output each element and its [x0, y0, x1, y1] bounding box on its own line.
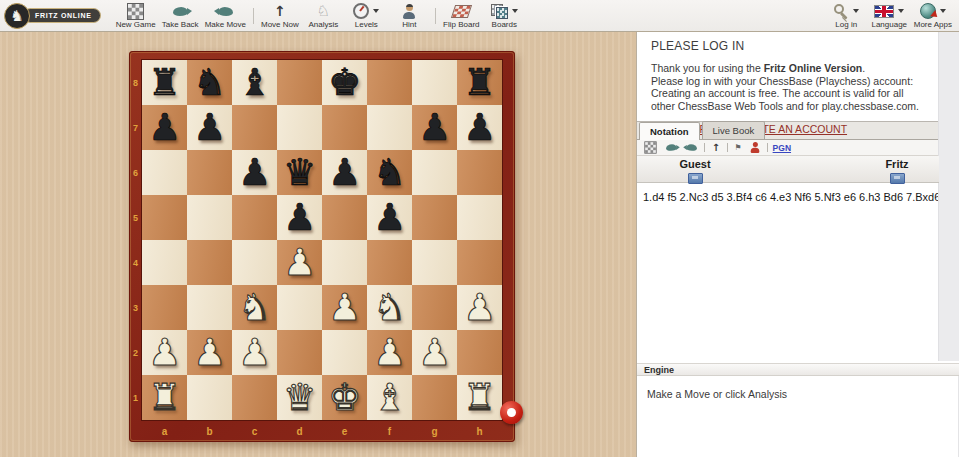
toolbar-button-hint[interactable]: Hint — [388, 1, 431, 30]
white-player-name: Guest — [665, 158, 725, 170]
black-player-block: Fritz — [867, 158, 927, 188]
piece-white-knight-c3: ♞ — [238, 285, 271, 330]
square-b4[interactable] — [187, 240, 232, 285]
piece-white-pawn-g2: ♟ — [418, 330, 451, 375]
toolbar-icon-wrap — [127, 3, 144, 19]
toolbar-button-boards[interactable]: Boards — [483, 1, 526, 30]
toolbar-icon-wrap — [833, 3, 859, 19]
chevron-down-icon — [853, 9, 859, 13]
move[interactable]: 7.Bxd6 — [906, 191, 940, 203]
file-label-f: f — [367, 421, 412, 442]
white-player-flag-badge — [688, 173, 703, 184]
chevron-down-icon — [940, 9, 946, 13]
square-c3[interactable]: ♞ — [232, 285, 277, 330]
square-a1[interactable]: ♜ — [142, 375, 187, 420]
square-c7[interactable] — [232, 105, 277, 150]
file-labels: abcdefgh — [142, 421, 502, 442]
square-e2[interactable] — [322, 330, 367, 375]
piece-white-rook-h1: ♜ — [463, 375, 496, 420]
square-g8[interactable] — [412, 60, 457, 105]
square-h2[interactable] — [457, 330, 502, 375]
black-player-name: Fritz — [867, 158, 927, 170]
brand-logo-text: FRITZ ONLINE — [23, 8, 101, 23]
square-b7[interactable]: ♟ — [187, 105, 232, 150]
square-b3[interactable] — [187, 285, 232, 330]
move[interactable]: Nf6 — [794, 191, 811, 203]
knight-logo-icon: ♞ — [4, 3, 30, 29]
chevron-down-icon — [898, 9, 904, 13]
square-e4[interactable] — [322, 240, 367, 285]
chevron-down-icon — [512, 9, 518, 13]
toolbar-button-label: Boards — [492, 20, 517, 29]
fritz-online-app: ♞ FRITZ ONLINE New GameTake BackMake Mov… — [0, 0, 959, 457]
boards-icon — [491, 4, 508, 19]
pgn-link[interactable]: PGN — [773, 143, 791, 153]
toolbar-button-label: Analysis — [308, 20, 338, 29]
piece-white-bishop-f1: ♝ — [373, 375, 406, 420]
move-list: 1.d4f52.Nc3d53.Bf4c64.e3Nf65.Nf3e66.h3Bd… — [637, 183, 939, 363]
piece-black-pawn-d5: ♟ — [283, 195, 316, 240]
black-player-flag-badge — [890, 173, 905, 184]
up-arrow-icon: ↑ — [712, 142, 720, 153]
toolbar-right-group: Log inLanguageMore Apps — [825, 1, 955, 30]
square-h1[interactable]: ♜ — [457, 375, 502, 420]
toolbar-icon-wrap — [173, 3, 188, 19]
toolbar-button-label: More Apps — [914, 20, 952, 29]
toolbar-button-move-now[interactable]: ↑Move Now — [258, 1, 302, 30]
login-panel: PLEASE LOG IN Thank you for using the Fr… — [637, 31, 939, 121]
flip-board-icon — [451, 5, 472, 18]
notation-toolbar-separator — [727, 143, 728, 152]
square-a3[interactable] — [142, 285, 187, 330]
white-player-block: Guest — [665, 158, 725, 188]
rank-label-7: 7 — [129, 105, 142, 150]
square-b2[interactable]: ♟ — [187, 330, 232, 375]
square-e7[interactable] — [322, 105, 367, 150]
piece-black-pawn-a7: ♟ — [148, 105, 181, 150]
square-a5[interactable] — [142, 195, 187, 240]
chess-board-frame: 87654321 ♜♞♝♚♜♟♟♟♟♟♛♟♞♟♟♟♞♟♞♟♟♟♟♟♟♜♛♚♝♜ … — [129, 51, 515, 442]
square-e6[interactable]: ♟ — [322, 150, 367, 195]
square-f5[interactable]: ♟ — [367, 195, 412, 240]
more-apps-globe-icon — [920, 3, 936, 19]
piece-black-queen-d6: ♛ — [283, 150, 316, 195]
board-icon — [127, 3, 144, 20]
up-arrow-icon: ↑ — [274, 4, 286, 19]
square-b6[interactable] — [187, 150, 232, 195]
toolbar-icon-wrap — [453, 3, 470, 19]
move[interactable]: 2.Nc3 — [680, 191, 709, 203]
chevron-down-icon — [373, 9, 379, 13]
square-a6[interactable] — [142, 150, 187, 195]
login-line1-suffix: . — [862, 62, 865, 74]
square-h7[interactable]: ♟ — [457, 105, 502, 150]
piece-black-knight-b8: ♞ — [193, 60, 226, 105]
square-h4[interactable] — [457, 240, 502, 285]
square-d7[interactable] — [277, 105, 322, 150]
file-label-d: d — [277, 421, 322, 442]
piece-black-king-e8: ♚ — [328, 60, 361, 105]
rank-label-8: 8 — [129, 60, 142, 105]
square-c6[interactable]: ♟ — [232, 150, 277, 195]
square-d3[interactable] — [277, 285, 322, 330]
piece-white-pawn-h3: ♟ — [463, 285, 496, 330]
rank-label-1: 1 — [129, 375, 142, 420]
notation-toolbar-separator — [704, 143, 705, 152]
login-text-line3: Creating an account is free. The account… — [651, 87, 925, 112]
move[interactable]: 5.Nf3 — [814, 191, 840, 203]
piece-white-rook-a1: ♜ — [148, 375, 181, 420]
toolbar-button-label: Move Now — [261, 20, 299, 29]
engine-status: Make a Move or click Analysis — [637, 376, 959, 457]
login-line1-bold: Fritz Online Version — [764, 62, 863, 74]
notation-toolbar: ↑⚑PGN — [637, 140, 939, 156]
toolbar-icon-wrap — [920, 3, 946, 19]
piece-black-pawn-c6: ♟ — [238, 150, 271, 195]
move[interactable]: 6.h3 — [859, 191, 880, 203]
players-header: Guest Fritz — [637, 156, 939, 183]
toolbar-button-label: Levels — [355, 20, 378, 29]
notation-toolbar-button[interactable] — [686, 144, 697, 150]
toolbar-button-language[interactable]: Language — [868, 1, 911, 30]
square-g1[interactable] — [412, 375, 457, 420]
piece-black-rook-a8: ♜ — [148, 60, 181, 105]
file-label-h: h — [457, 421, 502, 442]
file-label-c: c — [232, 421, 277, 442]
toolbar-button-label: Log in — [835, 20, 857, 29]
piece-white-pawn-f2: ♟ — [373, 330, 406, 375]
toolbar-button-new-game[interactable]: New Game — [113, 1, 159, 30]
top-toolbar: ♞ FRITZ ONLINE New GameTake BackMake Mov… — [0, 0, 959, 32]
toolbar-button-label: Take Back — [162, 20, 199, 29]
piece-white-pawn-a2: ♟ — [148, 330, 181, 375]
login-text-line2: Please log in with your ChessBase (Playc… — [651, 75, 925, 88]
file-label-e: e — [322, 421, 367, 442]
login-key-icon — [833, 3, 849, 19]
notation-toolbar-button[interactable] — [644, 141, 656, 153]
notation-toolbar-button[interactable]: ⚑ — [734, 142, 741, 153]
square-g5[interactable] — [412, 195, 457, 240]
file-label-g: g — [412, 421, 457, 442]
piece-black-pawn-g7: ♟ — [418, 105, 451, 150]
right-panel: PLEASE LOG IN Thank you for using the Fr… — [636, 31, 959, 457]
piece-black-bishop-c8: ♝ — [238, 60, 271, 105]
tab-notation[interactable]: Notation — [639, 122, 700, 140]
square-c5[interactable] — [232, 195, 277, 240]
piece-white-queen-d1: ♛ — [283, 375, 316, 420]
engine-header: Engine — [637, 363, 959, 376]
toolbar-icon-wrap — [491, 3, 518, 19]
file-label-b: b — [187, 421, 232, 442]
square-f2[interactable]: ♟ — [367, 330, 412, 375]
hint-person-icon — [402, 4, 416, 19]
rank-label-6: 6 — [129, 150, 142, 195]
square-a2[interactable]: ♟ — [142, 330, 187, 375]
move[interactable]: 4.e3 — [770, 191, 791, 203]
make-move-icon — [218, 7, 233, 16]
move[interactable]: Bd6 — [883, 191, 903, 203]
square-g7[interactable]: ♟ — [412, 105, 457, 150]
toolbar-button-label: Flip Board — [443, 20, 479, 29]
notation-toolbar-separator — [767, 143, 768, 152]
square-c8[interactable]: ♝ — [232, 60, 277, 105]
toolbar-button-levels[interactable]: Levels — [345, 1, 388, 30]
piece-black-rook-h8: ♜ — [463, 60, 496, 105]
square-h8[interactable]: ♜ — [457, 60, 502, 105]
square-f4[interactable] — [367, 240, 412, 285]
move[interactable]: 1.d4 — [643, 191, 664, 203]
square-c1[interactable] — [232, 375, 277, 420]
move[interactable]: d5 — [711, 191, 723, 203]
analysis-pieces-icon: ♘ — [317, 4, 330, 19]
square-h5[interactable] — [457, 195, 502, 240]
piece-black-pawn-h7: ♟ — [463, 105, 496, 150]
piece-white-pawn-b2: ♟ — [193, 330, 226, 375]
piece-black-pawn-b7: ♟ — [193, 105, 226, 150]
square-h3[interactable]: ♟ — [457, 285, 502, 330]
move[interactable]: c6 — [755, 191, 767, 203]
toolbar-icon-wrap — [353, 3, 379, 19]
login-text-line1: Thank you for using the Fritz Online Ver… — [651, 62, 925, 75]
login-line1-prefix: Thank you for using the — [651, 62, 764, 74]
square-a7[interactable]: ♟ — [142, 105, 187, 150]
notation-toolbar-button[interactable] — [666, 144, 677, 150]
square-d2[interactable] — [277, 330, 322, 375]
rank-label-2: 2 — [129, 330, 142, 375]
toolbar-button-analysis[interactable]: ♘Analysis — [302, 1, 345, 30]
square-h6[interactable] — [457, 150, 502, 195]
toolbar-button-label: Hint — [402, 20, 416, 29]
make-move-icon — [686, 144, 697, 150]
board-pin — [500, 401, 523, 424]
square-c2[interactable]: ♟ — [232, 330, 277, 375]
piece-white-pawn-d4: ♟ — [283, 240, 316, 285]
move[interactable]: 3.Bf4 — [727, 191, 753, 203]
piece-white-pawn-e3: ♟ — [328, 285, 361, 330]
square-b1[interactable] — [187, 375, 232, 420]
square-b5[interactable] — [187, 195, 232, 240]
scrollbar-track[interactable] — [938, 31, 959, 361]
rank-label-4: 4 — [129, 240, 142, 285]
notation-toolbar-button[interactable]: ↑ — [712, 142, 720, 153]
toolbar-button-more-apps[interactable]: More Apps — [911, 1, 955, 30]
square-b8[interactable]: ♞ — [187, 60, 232, 105]
toolbar-icon-wrap — [874, 3, 904, 19]
square-c4[interactable] — [232, 240, 277, 285]
toolbar-icon-wrap — [402, 3, 416, 19]
square-g6[interactable] — [412, 150, 457, 195]
square-e5[interactable] — [322, 195, 367, 240]
login-title: PLEASE LOG IN — [651, 39, 925, 53]
toolbar-button-make-move[interactable]: Make Move — [202, 1, 249, 30]
square-a4[interactable] — [142, 240, 187, 285]
toolbar-separator — [253, 8, 254, 24]
piece-black-pawn-e6: ♟ — [328, 150, 361, 195]
toolbar-button-label: Language — [871, 20, 907, 29]
brand-logo: ♞ FRITZ ONLINE — [4, 3, 101, 29]
toolbar-left-group: New GameTake BackMake Move↑Move Now♘Anal… — [113, 1, 526, 30]
toolbar-icon-wrap: ↑ — [274, 3, 286, 19]
move[interactable]: e6 — [844, 191, 856, 203]
piece-white-knight-f3: ♞ — [373, 285, 406, 330]
tab-live-book[interactable]: Live Book — [702, 121, 766, 139]
language-flag-icon — [874, 5, 894, 18]
board-icon — [644, 141, 656, 153]
toolbar-button-label: Make Move — [205, 20, 246, 29]
square-f6[interactable]: ♞ — [367, 150, 412, 195]
square-d6[interactable]: ♛ — [277, 150, 322, 195]
square-e1[interactable]: ♚ — [322, 375, 367, 420]
square-g3[interactable] — [412, 285, 457, 330]
toolbar-button-log-in[interactable]: Log in — [825, 1, 868, 30]
square-g4[interactable] — [412, 240, 457, 285]
square-e3[interactable]: ♟ — [322, 285, 367, 330]
kibitzer-icon — [750, 142, 760, 153]
chess-board: ♜♞♝♚♜♟♟♟♟♟♛♟♞♟♟♟♞♟♞♟♟♟♟♟♟♜♛♚♝♜ — [142, 60, 502, 420]
publish-icon: ⚑ — [734, 142, 741, 153]
piece-black-knight-f6: ♞ — [373, 150, 406, 195]
square-f3[interactable]: ♞ — [367, 285, 412, 330]
piece-white-pawn-c2: ♟ — [238, 330, 271, 375]
piece-white-king-e1: ♚ — [328, 375, 361, 420]
toolbar-icon-wrap — [218, 3, 233, 19]
square-f1[interactable]: ♝ — [367, 375, 412, 420]
take-back-icon — [173, 7, 188, 16]
rank-labels: 87654321 — [129, 60, 142, 420]
square-e8[interactable]: ♚ — [322, 60, 367, 105]
square-f8[interactable] — [367, 60, 412, 105]
toolbar-icon-wrap: ♘ — [317, 3, 330, 19]
square-a8[interactable]: ♜ — [142, 60, 187, 105]
rank-label-3: 3 — [129, 285, 142, 330]
rank-label-5: 5 — [129, 195, 142, 240]
toolbar-button-flip-board[interactable]: Flip Board — [440, 1, 483, 30]
square-d4[interactable]: ♟ — [277, 240, 322, 285]
toolbar-button-take-back[interactable]: Take Back — [159, 1, 202, 30]
take-back-icon — [666, 144, 677, 150]
move[interactable]: f5 — [667, 191, 676, 203]
piece-black-pawn-f5: ♟ — [373, 195, 406, 240]
toolbar-button-label: New Game — [116, 20, 156, 29]
square-d8[interactable] — [277, 60, 322, 105]
square-d1[interactable]: ♛ — [277, 375, 322, 420]
square-f7[interactable] — [367, 105, 412, 150]
square-g2[interactable]: ♟ — [412, 330, 457, 375]
toolbar-separator — [435, 8, 436, 24]
notation-toolbar-button[interactable] — [750, 142, 760, 153]
file-label-a: a — [142, 421, 187, 442]
levels-gauge-icon — [353, 3, 369, 19]
square-d5[interactable]: ♟ — [277, 195, 322, 240]
